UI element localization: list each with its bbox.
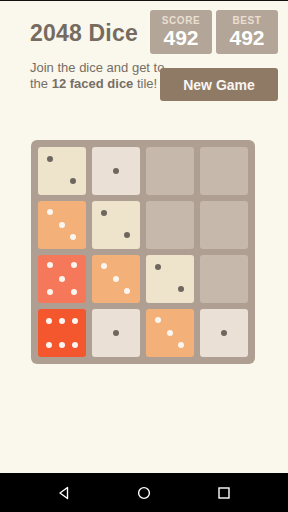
recents-icon[interactable] <box>216 485 232 501</box>
pip <box>47 289 53 295</box>
pip <box>101 210 107 216</box>
score-box: SCORE 492 <box>150 10 212 54</box>
pip <box>59 222 65 228</box>
empty-cell-r0c2 <box>146 147 194 195</box>
pip <box>101 263 107 269</box>
status-bar-edge <box>0 0 288 1</box>
pip <box>70 234 76 240</box>
pip <box>155 317 161 323</box>
pip <box>71 262 77 268</box>
pip <box>46 342 52 348</box>
dice-tile-3-r3c2 <box>146 309 194 357</box>
pip <box>47 262 53 268</box>
empty-cell-r2c3 <box>200 255 248 303</box>
pip <box>124 232 130 238</box>
dice-tile-2-r1c1 <box>92 201 140 249</box>
goal-text: Join the dice and get to the 12 faced di… <box>30 60 172 92</box>
pip <box>178 342 184 348</box>
dice-tile-1-r0c1 <box>92 147 140 195</box>
pip <box>113 330 119 336</box>
empty-cell-r0c3 <box>200 147 248 195</box>
pip <box>178 286 184 292</box>
score-value: 492 <box>163 27 198 49</box>
dice-tile-3-r1c0 <box>38 201 86 249</box>
empty-cell-r1c2 <box>146 201 194 249</box>
pip <box>47 209 53 215</box>
dice-tile-1-r3c1 <box>92 309 140 357</box>
best-value: 492 <box>229 27 264 49</box>
pip <box>124 288 130 294</box>
pip <box>155 264 161 270</box>
home-icon[interactable] <box>136 485 152 501</box>
app-title: 2048 Dice <box>30 20 138 47</box>
dice-tile-1-r3c3 <box>200 309 248 357</box>
pip <box>59 318 65 324</box>
pip <box>59 276 65 282</box>
game-board[interactable] <box>31 140 255 364</box>
score-panel: SCORE 492 BEST 492 <box>150 10 278 54</box>
dice-tile-2-r0c0 <box>38 147 86 195</box>
dice-tile-2-r2c2 <box>146 255 194 303</box>
pip <box>113 168 119 174</box>
dice-tile-6-r3c0 <box>38 309 86 357</box>
android-navbar <box>0 473 288 512</box>
pip <box>71 289 77 295</box>
back-icon[interactable] <box>56 485 72 501</box>
pip <box>59 342 65 348</box>
empty-cell-r1c3 <box>200 201 248 249</box>
dice-tile-5-r2c0 <box>38 255 86 303</box>
pip <box>72 318 78 324</box>
pip <box>70 178 76 184</box>
pip <box>113 276 119 282</box>
pip <box>167 330 173 336</box>
pip <box>46 318 52 324</box>
pip <box>47 156 53 162</box>
pip <box>221 330 227 336</box>
best-box: BEST 492 <box>216 10 278 54</box>
goal-text-highlight: 12 faced dice <box>52 76 134 91</box>
new-game-button[interactable]: New Game <box>160 68 278 101</box>
dice-tile-3-r2c1 <box>92 255 140 303</box>
pip <box>72 342 78 348</box>
